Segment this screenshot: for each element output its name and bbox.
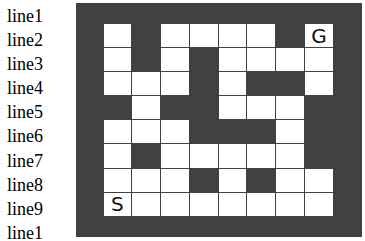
open-cell (276, 96, 304, 119)
open-cell (190, 24, 218, 47)
open-cell (305, 193, 333, 216)
wall-cell (190, 169, 218, 192)
open-cell (161, 193, 189, 216)
line-label: line8 (7, 173, 43, 197)
open-cell (104, 169, 132, 192)
open-cell (161, 144, 189, 167)
open-cell (305, 72, 333, 95)
maze-board: GS (76, 3, 362, 237)
wall-cell (190, 48, 218, 71)
open-cell (132, 96, 160, 119)
open-cell (161, 24, 189, 47)
wall-cell (247, 169, 275, 192)
start-cell: S (104, 193, 132, 216)
open-cell (219, 144, 247, 167)
line-label: line9 (7, 197, 43, 221)
open-cell (276, 144, 304, 167)
wall-cell (305, 120, 333, 143)
open-cell (219, 48, 247, 71)
open-cell (104, 120, 132, 143)
wall-cell (276, 24, 304, 47)
open-cell (247, 144, 275, 167)
open-cell (104, 48, 132, 71)
line-label: line2 (7, 28, 43, 52)
open-cell (219, 193, 247, 216)
open-cell (161, 48, 189, 71)
open-cell (219, 72, 247, 95)
wall-cell (276, 72, 304, 95)
open-cell (276, 48, 304, 71)
open-cell (276, 169, 304, 192)
page: line1line2line3line4line5line6line7line8… (0, 0, 365, 241)
open-cell (190, 193, 218, 216)
open-cell (276, 120, 304, 143)
open-cell (219, 169, 247, 192)
wall-cell (132, 48, 160, 71)
wall-cell (247, 72, 275, 95)
line-label: line5 (7, 100, 43, 124)
maze-grid: GS (104, 24, 333, 216)
open-cell (305, 169, 333, 192)
wall-cell (104, 96, 132, 119)
line-label: line1 (7, 221, 43, 241)
open-cell (247, 24, 275, 47)
wall-cell (132, 144, 160, 167)
goal-cell: G (305, 24, 333, 47)
wall-cell (190, 96, 218, 119)
open-cell (132, 120, 160, 143)
wall-cell (305, 96, 333, 119)
open-cell (219, 24, 247, 47)
line-label: line1 (7, 4, 43, 28)
wall-cell (305, 144, 333, 167)
open-cell (104, 144, 132, 167)
open-cell (190, 144, 218, 167)
wall-cell (219, 120, 247, 143)
line-label: line4 (7, 76, 43, 100)
open-cell (161, 72, 189, 95)
open-cell (161, 120, 189, 143)
open-cell (161, 169, 189, 192)
line-label: line6 (7, 124, 43, 148)
open-cell (104, 24, 132, 47)
open-cell (219, 96, 247, 119)
wall-cell (190, 72, 218, 95)
open-cell (305, 48, 333, 71)
line-label: line3 (7, 52, 43, 76)
line-label: line7 (7, 149, 43, 173)
open-cell (104, 72, 132, 95)
open-cell (132, 169, 160, 192)
open-cell (247, 48, 275, 71)
open-cell (132, 72, 160, 95)
open-cell (276, 193, 304, 216)
open-cell (247, 96, 275, 119)
open-cell (132, 193, 160, 216)
wall-cell (247, 120, 275, 143)
wall-cell (190, 120, 218, 143)
wall-cell (132, 24, 160, 47)
wall-cell (161, 96, 189, 119)
open-cell (247, 193, 275, 216)
line-list: line1line2line3line4line5line6line7line8… (7, 4, 43, 241)
